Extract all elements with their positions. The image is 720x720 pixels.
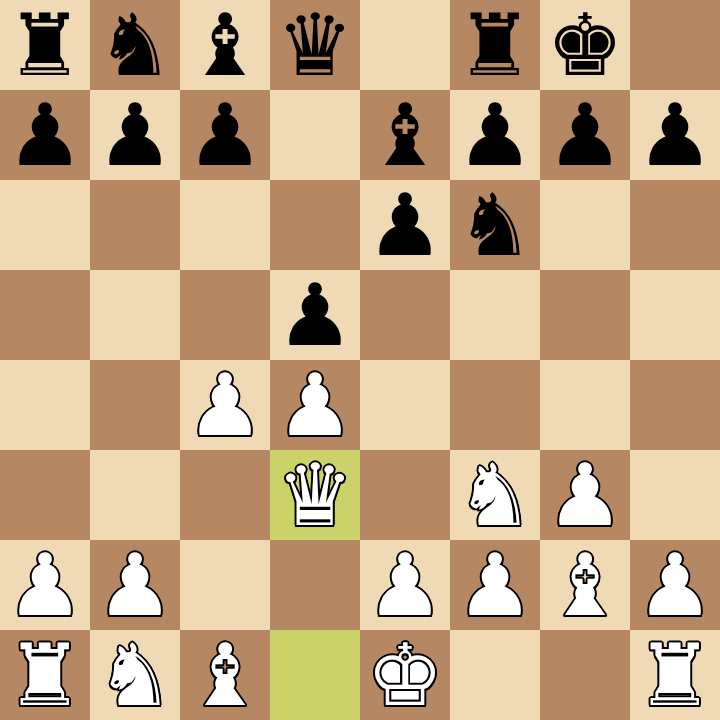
square-c8[interactable]: ♝ bbox=[180, 0, 270, 90]
white-bishop[interactable]: ♝ bbox=[186, 630, 263, 720]
square-a1[interactable]: ♜ bbox=[0, 630, 90, 720]
black-pawn[interactable]: ♟ bbox=[6, 90, 83, 180]
square-h7[interactable]: ♟ bbox=[630, 90, 720, 180]
square-b8[interactable]: ♞ bbox=[90, 0, 180, 90]
square-b2[interactable]: ♟ bbox=[90, 540, 180, 630]
square-b1[interactable]: ♞ bbox=[90, 630, 180, 720]
white-rook[interactable]: ♜ bbox=[636, 630, 713, 720]
white-pawn[interactable]: ♟ bbox=[276, 360, 353, 450]
square-d8[interactable]: ♛ bbox=[270, 0, 360, 90]
square-a3[interactable] bbox=[0, 450, 90, 540]
white-pawn[interactable]: ♟ bbox=[546, 450, 623, 540]
square-f3[interactable]: ♞ bbox=[450, 450, 540, 540]
square-f2[interactable]: ♟ bbox=[450, 540, 540, 630]
square-g1[interactable] bbox=[540, 630, 630, 720]
square-e4[interactable] bbox=[360, 360, 450, 450]
black-queen[interactable]: ♛ bbox=[276, 0, 353, 90]
square-d4[interactable]: ♟ bbox=[270, 360, 360, 450]
white-pawn[interactable]: ♟ bbox=[96, 540, 173, 630]
square-b3[interactable] bbox=[90, 450, 180, 540]
black-rook[interactable]: ♜ bbox=[456, 0, 533, 90]
square-e1[interactable]: ♚ bbox=[360, 630, 450, 720]
black-pawn[interactable]: ♟ bbox=[366, 180, 443, 270]
square-f7[interactable]: ♟ bbox=[450, 90, 540, 180]
square-f1[interactable] bbox=[450, 630, 540, 720]
square-d6[interactable] bbox=[270, 180, 360, 270]
white-pawn[interactable]: ♟ bbox=[636, 540, 713, 630]
white-pawn[interactable]: ♟ bbox=[456, 540, 533, 630]
black-pawn[interactable]: ♟ bbox=[636, 90, 713, 180]
square-b7[interactable]: ♟ bbox=[90, 90, 180, 180]
square-b5[interactable] bbox=[90, 270, 180, 360]
white-king[interactable]: ♚ bbox=[366, 630, 443, 720]
black-pawn[interactable]: ♟ bbox=[546, 90, 623, 180]
square-c3[interactable] bbox=[180, 450, 270, 540]
square-c2[interactable] bbox=[180, 540, 270, 630]
black-pawn[interactable]: ♟ bbox=[96, 90, 173, 180]
white-pawn[interactable]: ♟ bbox=[186, 360, 263, 450]
black-knight[interactable]: ♞ bbox=[96, 0, 173, 90]
square-a4[interactable] bbox=[0, 360, 90, 450]
square-g6[interactable] bbox=[540, 180, 630, 270]
square-f6[interactable]: ♞ bbox=[450, 180, 540, 270]
square-c4[interactable]: ♟ bbox=[180, 360, 270, 450]
square-h1[interactable]: ♜ bbox=[630, 630, 720, 720]
square-c6[interactable] bbox=[180, 180, 270, 270]
black-rook[interactable]: ♜ bbox=[6, 0, 83, 90]
square-d7[interactable] bbox=[270, 90, 360, 180]
black-pawn[interactable]: ♟ bbox=[456, 90, 533, 180]
square-h8[interactable] bbox=[630, 0, 720, 90]
white-rook[interactable]: ♜ bbox=[6, 630, 83, 720]
square-e5[interactable] bbox=[360, 270, 450, 360]
square-h3[interactable] bbox=[630, 450, 720, 540]
square-f8[interactable]: ♜ bbox=[450, 0, 540, 90]
square-f5[interactable] bbox=[450, 270, 540, 360]
square-h5[interactable] bbox=[630, 270, 720, 360]
black-bishop[interactable]: ♝ bbox=[186, 0, 263, 90]
white-bishop[interactable]: ♝ bbox=[546, 540, 623, 630]
square-g7[interactable]: ♟ bbox=[540, 90, 630, 180]
square-h6[interactable] bbox=[630, 180, 720, 270]
square-d5[interactable]: ♟ bbox=[270, 270, 360, 360]
square-e7[interactable]: ♝ bbox=[360, 90, 450, 180]
square-e8[interactable] bbox=[360, 0, 450, 90]
square-c5[interactable] bbox=[180, 270, 270, 360]
square-b4[interactable] bbox=[90, 360, 180, 450]
square-a2[interactable]: ♟ bbox=[0, 540, 90, 630]
square-c7[interactable]: ♟ bbox=[180, 90, 270, 180]
white-knight[interactable]: ♞ bbox=[456, 450, 533, 540]
black-knight[interactable]: ♞ bbox=[456, 180, 533, 270]
black-pawn[interactable]: ♟ bbox=[276, 270, 353, 360]
square-b6[interactable] bbox=[90, 180, 180, 270]
chess-board: ♜♞♝♛♜♚♟♟♟♝♟♟♟♟♞♟♟♟♛♞♟♟♟♟♟♝♟♜♞♝♚♜ bbox=[0, 0, 720, 720]
white-queen[interactable]: ♛ bbox=[276, 450, 353, 540]
square-e3[interactable] bbox=[360, 450, 450, 540]
square-h2[interactable]: ♟ bbox=[630, 540, 720, 630]
white-knight[interactable]: ♞ bbox=[96, 630, 173, 720]
black-pawn[interactable]: ♟ bbox=[186, 90, 263, 180]
white-pawn[interactable]: ♟ bbox=[366, 540, 443, 630]
square-e6[interactable]: ♟ bbox=[360, 180, 450, 270]
square-f4[interactable] bbox=[450, 360, 540, 450]
square-g3[interactable]: ♟ bbox=[540, 450, 630, 540]
square-a6[interactable] bbox=[0, 180, 90, 270]
square-g2[interactable]: ♝ bbox=[540, 540, 630, 630]
square-d2[interactable] bbox=[270, 540, 360, 630]
square-g8[interactable]: ♚ bbox=[540, 0, 630, 90]
black-bishop[interactable]: ♝ bbox=[366, 90, 443, 180]
square-d1[interactable] bbox=[270, 630, 360, 720]
square-a5[interactable] bbox=[0, 270, 90, 360]
square-e2[interactable]: ♟ bbox=[360, 540, 450, 630]
square-g5[interactable] bbox=[540, 270, 630, 360]
square-a8[interactable]: ♜ bbox=[0, 0, 90, 90]
square-g4[interactable] bbox=[540, 360, 630, 450]
square-c1[interactable]: ♝ bbox=[180, 630, 270, 720]
square-h4[interactable] bbox=[630, 360, 720, 450]
square-a7[interactable]: ♟ bbox=[0, 90, 90, 180]
square-d3[interactable]: ♛ bbox=[270, 450, 360, 540]
white-pawn[interactable]: ♟ bbox=[6, 540, 83, 630]
black-king[interactable]: ♚ bbox=[546, 0, 623, 90]
